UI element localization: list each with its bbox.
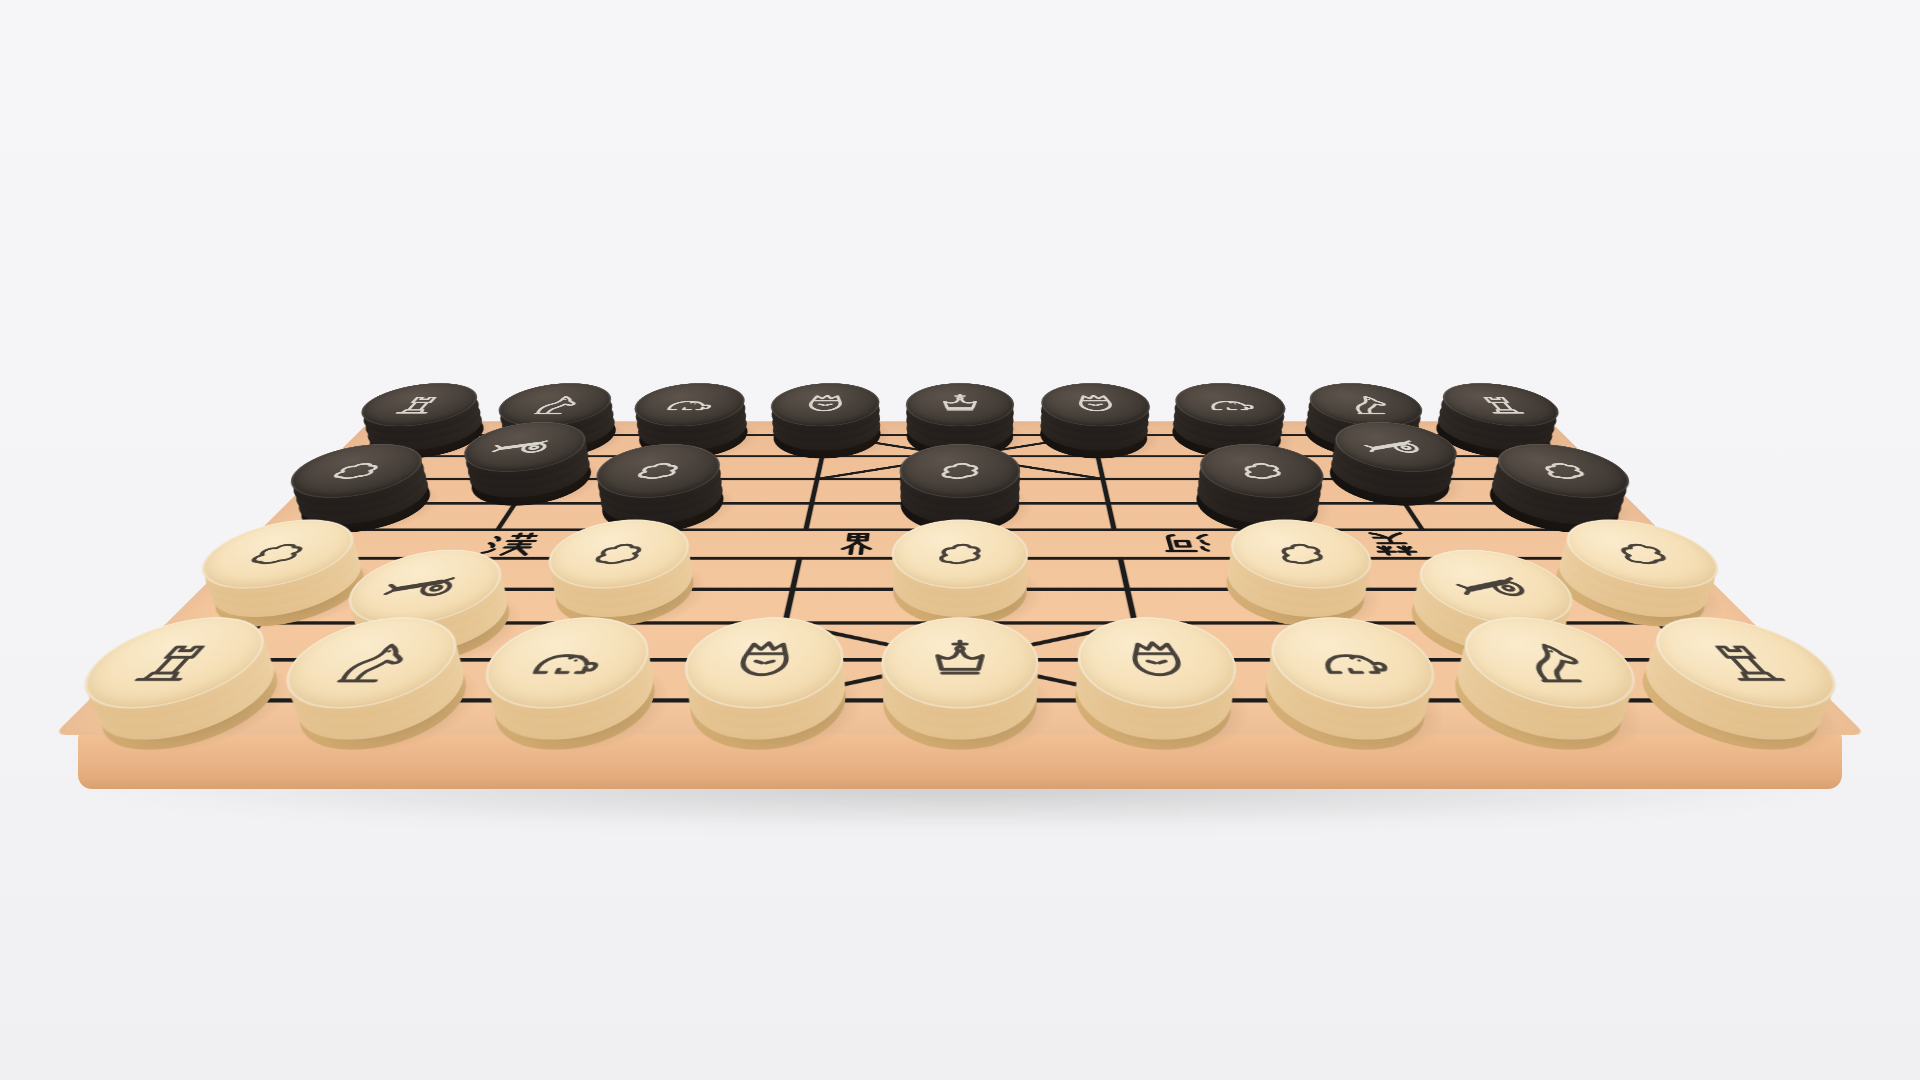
soldier-icon bbox=[912, 530, 1008, 577]
xiangqi-board[interactable]: 漢界 bbox=[54, 421, 1867, 735]
soldier-icon bbox=[297, 452, 414, 489]
piece-white-chariot-a1[interactable] bbox=[67, 656, 304, 750]
soldier-icon bbox=[1213, 452, 1313, 489]
piece-white-horse-b1[interactable] bbox=[270, 656, 486, 750]
advisor-icon bbox=[784, 390, 865, 420]
soldier-icon bbox=[1505, 452, 1622, 489]
piece-black-advisor-d10[interactable] bbox=[766, 413, 883, 458]
piece-black-advisor-f10[interactable] bbox=[1037, 413, 1154, 458]
soldier-icon bbox=[560, 530, 675, 577]
cannon-icon bbox=[1429, 560, 1563, 611]
piece-white-elephant-c1[interactable] bbox=[473, 656, 669, 750]
cannon-icon bbox=[472, 430, 576, 464]
elephant-icon bbox=[1286, 631, 1423, 693]
horse-icon bbox=[1319, 390, 1414, 420]
elephant-icon bbox=[1187, 390, 1275, 420]
piece-white-soldier-e4[interactable] bbox=[890, 555, 1030, 626]
piece-white-elephant-g1[interactable] bbox=[1251, 656, 1447, 750]
elephant-icon bbox=[497, 631, 634, 693]
cannon-icon bbox=[357, 560, 491, 611]
soldier-icon bbox=[1245, 530, 1360, 577]
piece-white-advisor-f1[interactable] bbox=[1069, 656, 1244, 750]
advisor-icon bbox=[1056, 390, 1137, 420]
advisor-icon bbox=[701, 631, 823, 693]
piece-white-soldier-c4[interactable] bbox=[539, 555, 705, 626]
piece-white-advisor-d1[interactable] bbox=[676, 656, 851, 750]
king-icon bbox=[922, 390, 998, 420]
horse-icon bbox=[506, 390, 601, 420]
chariot-icon bbox=[368, 390, 470, 420]
cannon-icon bbox=[1345, 430, 1449, 464]
king-icon bbox=[904, 631, 1015, 693]
scene: 漢界 bbox=[0, 0, 1920, 1080]
chariot-icon bbox=[1450, 390, 1552, 420]
soldier-icon bbox=[918, 452, 1003, 489]
elephant-icon bbox=[645, 390, 733, 420]
piece-white-horse-h1[interactable] bbox=[1434, 656, 1650, 750]
soldier-icon bbox=[608, 452, 708, 489]
piece-black-cannon-b8[interactable] bbox=[454, 454, 603, 506]
piece-white-king-e1[interactable] bbox=[879, 656, 1041, 750]
advisor-icon bbox=[1097, 631, 1219, 693]
